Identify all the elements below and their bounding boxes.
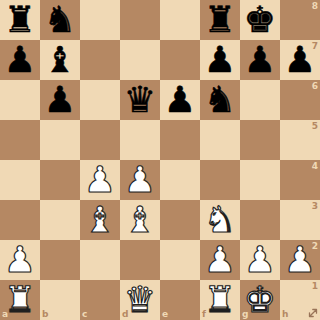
square-e6[interactable]: ♟ (160, 80, 200, 120)
piece-white-king[interactable]: ♚ (240, 280, 280, 320)
square-h3[interactable]: 3 (280, 200, 320, 240)
square-d5[interactable] (120, 120, 160, 160)
coordinate-file-e: e (162, 310, 168, 319)
square-h5[interactable]: 5 (280, 120, 320, 160)
piece-black-rook[interactable]: ♜ (200, 0, 240, 40)
square-d1[interactable]: d♛ (120, 280, 160, 320)
square-e8[interactable] (160, 0, 200, 40)
chess-board: ♜♞♜♚8♟♝♟♟7♟♟♛♟♞65♟♟4♝♝♞3♟♟♟2♟a♜bcd♛ef♜g♚… (0, 0, 320, 320)
coordinate-rank-5: 5 (312, 122, 318, 131)
square-a7[interactable]: ♟ (0, 40, 40, 80)
square-c3[interactable]: ♝ (80, 200, 120, 240)
square-b5[interactable] (40, 120, 80, 160)
square-c1[interactable]: c (80, 280, 120, 320)
piece-white-rook[interactable]: ♜ (200, 280, 240, 320)
square-g1[interactable]: g♚ (240, 280, 280, 320)
square-b7[interactable]: ♝ (40, 40, 80, 80)
square-h2[interactable]: 2♟ (280, 240, 320, 280)
square-h7[interactable]: 7♟ (280, 40, 320, 80)
square-a8[interactable]: ♜ (0, 0, 40, 40)
square-f1[interactable]: f♜ (200, 280, 240, 320)
piece-black-king[interactable]: ♚ (240, 0, 280, 40)
square-a4[interactable] (0, 160, 40, 200)
piece-black-pawn[interactable]: ♟ (160, 80, 200, 120)
piece-black-knight[interactable]: ♞ (200, 80, 240, 120)
piece-white-pawn[interactable]: ♟ (240, 240, 280, 280)
square-d8[interactable] (120, 0, 160, 40)
square-b8[interactable]: ♞ (40, 0, 80, 40)
square-g5[interactable] (240, 120, 280, 160)
piece-white-pawn[interactable]: ♟ (80, 160, 120, 200)
piece-black-pawn[interactable]: ♟ (0, 40, 40, 80)
piece-black-pawn[interactable]: ♟ (280, 40, 320, 80)
square-a2[interactable]: ♟ (0, 240, 40, 280)
piece-white-queen[interactable]: ♛ (120, 280, 160, 320)
square-e7[interactable] (160, 40, 200, 80)
resize-handle-icon[interactable] (307, 307, 319, 319)
square-e4[interactable] (160, 160, 200, 200)
piece-white-pawn[interactable]: ♟ (0, 240, 40, 280)
square-d6[interactable]: ♛ (120, 80, 160, 120)
coordinate-rank-3: 3 (312, 202, 318, 211)
square-b6[interactable]: ♟ (40, 80, 80, 120)
square-a5[interactable] (0, 120, 40, 160)
square-h8[interactable]: 8 (280, 0, 320, 40)
square-a1[interactable]: a♜ (0, 280, 40, 320)
square-f4[interactable] (200, 160, 240, 200)
piece-white-pawn[interactable]: ♟ (200, 240, 240, 280)
square-e1[interactable]: e (160, 280, 200, 320)
square-e2[interactable] (160, 240, 200, 280)
square-b2[interactable] (40, 240, 80, 280)
square-h6[interactable]: 6 (280, 80, 320, 120)
piece-black-rook[interactable]: ♜ (0, 0, 40, 40)
square-c8[interactable] (80, 0, 120, 40)
square-d4[interactable]: ♟ (120, 160, 160, 200)
square-d2[interactable] (120, 240, 160, 280)
square-d7[interactable] (120, 40, 160, 80)
square-b1[interactable]: b (40, 280, 80, 320)
square-g7[interactable]: ♟ (240, 40, 280, 80)
square-e3[interactable] (160, 200, 200, 240)
square-d3[interactable]: ♝ (120, 200, 160, 240)
square-g6[interactable] (240, 80, 280, 120)
square-h4[interactable]: 4 (280, 160, 320, 200)
piece-black-bishop[interactable]: ♝ (40, 40, 80, 80)
square-c5[interactable] (80, 120, 120, 160)
square-g4[interactable] (240, 160, 280, 200)
square-f8[interactable]: ♜ (200, 0, 240, 40)
square-a6[interactable] (0, 80, 40, 120)
square-e5[interactable] (160, 120, 200, 160)
square-a3[interactable] (0, 200, 40, 240)
square-g8[interactable]: ♚ (240, 0, 280, 40)
square-f6[interactable]: ♞ (200, 80, 240, 120)
piece-white-rook[interactable]: ♜ (0, 280, 40, 320)
coordinate-file-c: c (82, 310, 87, 319)
coordinate-file-h: h (282, 310, 288, 319)
coordinate-file-b: b (42, 310, 48, 319)
coordinate-rank-6: 6 (312, 82, 318, 91)
piece-black-knight[interactable]: ♞ (40, 0, 80, 40)
square-c7[interactable] (80, 40, 120, 80)
square-g2[interactable]: ♟ (240, 240, 280, 280)
square-c6[interactable] (80, 80, 120, 120)
coordinate-rank-1: 1 (312, 282, 318, 291)
square-f7[interactable]: ♟ (200, 40, 240, 80)
square-f3[interactable]: ♞ (200, 200, 240, 240)
square-b3[interactable] (40, 200, 80, 240)
piece-white-bishop[interactable]: ♝ (120, 200, 160, 240)
square-f5[interactable] (200, 120, 240, 160)
piece-white-knight[interactable]: ♞ (200, 200, 240, 240)
square-f2[interactable]: ♟ (200, 240, 240, 280)
square-c2[interactable] (80, 240, 120, 280)
piece-black-pawn[interactable]: ♟ (200, 40, 240, 80)
piece-white-pawn[interactable]: ♟ (280, 240, 320, 280)
piece-black-pawn[interactable]: ♟ (40, 80, 80, 120)
coordinate-rank-8: 8 (312, 2, 318, 11)
piece-white-bishop[interactable]: ♝ (80, 200, 120, 240)
square-g3[interactable] (240, 200, 280, 240)
square-c4[interactable]: ♟ (80, 160, 120, 200)
piece-black-queen[interactable]: ♛ (120, 80, 160, 120)
piece-black-pawn[interactable]: ♟ (240, 40, 280, 80)
coordinate-rank-4: 4 (312, 162, 318, 171)
square-b4[interactable] (40, 160, 80, 200)
piece-white-pawn[interactable]: ♟ (120, 160, 160, 200)
